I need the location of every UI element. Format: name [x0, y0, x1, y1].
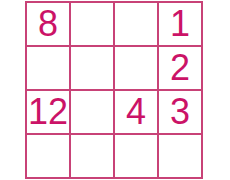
puzzle-cell-r3c2[interactable]: [71, 91, 113, 133]
puzzle-cell-r1c2[interactable]: [71, 3, 113, 45]
puzzle-cell-r3c1[interactable]: 12: [27, 91, 69, 133]
puzzle-cell-r1c1[interactable]: 8: [27, 3, 69, 45]
puzzle-cell-r2c2[interactable]: [71, 47, 113, 89]
page-background: 8121243: [0, 0, 230, 180]
puzzle-cell-r4c1[interactable]: [27, 135, 69, 177]
puzzle-cell-r1c4[interactable]: 1: [159, 3, 201, 45]
puzzle-cell-r3c4[interactable]: 3: [159, 91, 201, 133]
puzzle-cell-r1c3[interactable]: [115, 3, 157, 45]
puzzle-cell-r4c3[interactable]: [115, 135, 157, 177]
puzzle-cell-r2c1[interactable]: [27, 47, 69, 89]
puzzle-cell-r2c4[interactable]: 2: [159, 47, 201, 89]
puzzle-cell-r4c4[interactable]: [159, 135, 201, 177]
puzzle-cell-r4c2[interactable]: [71, 135, 113, 177]
puzzle-cell-r2c3[interactable]: [115, 47, 157, 89]
puzzle-board: 8121243: [25, 1, 203, 179]
puzzle-cell-r3c3[interactable]: 4: [115, 91, 157, 133]
